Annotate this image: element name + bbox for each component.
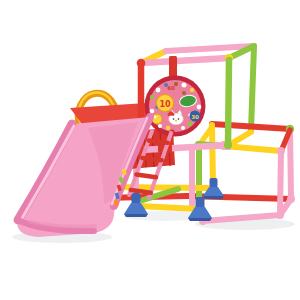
ladder-rung <box>142 158 162 160</box>
red-elbow-connector <box>137 59 146 68</box>
disc-score-top: 60 <box>167 85 175 91</box>
product-photo: 60 10 30 <box>0 0 300 300</box>
tube-pink-back-right-vertical <box>290 129 291 198</box>
tube-red-top-back <box>212 124 290 129</box>
ladder-rung <box>149 141 168 143</box>
disc-score-right: 30 <box>191 114 199 120</box>
ball-highlight <box>154 116 157 119</box>
tube-green-back-right <box>251 46 254 130</box>
target-disc: 60 10 30 <box>145 76 206 137</box>
tube-green-front-right-vertical <box>228 60 229 144</box>
play-gym-illustration: 60 10 30 <box>0 0 300 300</box>
tube-yellow-base-bar <box>140 206 197 209</box>
tube-yellow-back-left-vertical <box>212 125 213 186</box>
green-elbow-connector <box>224 141 232 149</box>
pink-slide <box>17 117 150 237</box>
ladder-rung <box>131 190 151 193</box>
pink-elbow-connector <box>276 211 284 219</box>
ladder-rung <box>136 175 156 178</box>
tube-yellow-bottom-right-receding <box>229 132 251 145</box>
pink-elbow-connector <box>287 195 295 203</box>
disc-score-center: 10 <box>159 100 171 109</box>
tube-pink-front-right-vertical <box>280 151 281 215</box>
pink-elbow-connector <box>277 147 285 155</box>
tube-yellow-top-front <box>224 146 281 151</box>
